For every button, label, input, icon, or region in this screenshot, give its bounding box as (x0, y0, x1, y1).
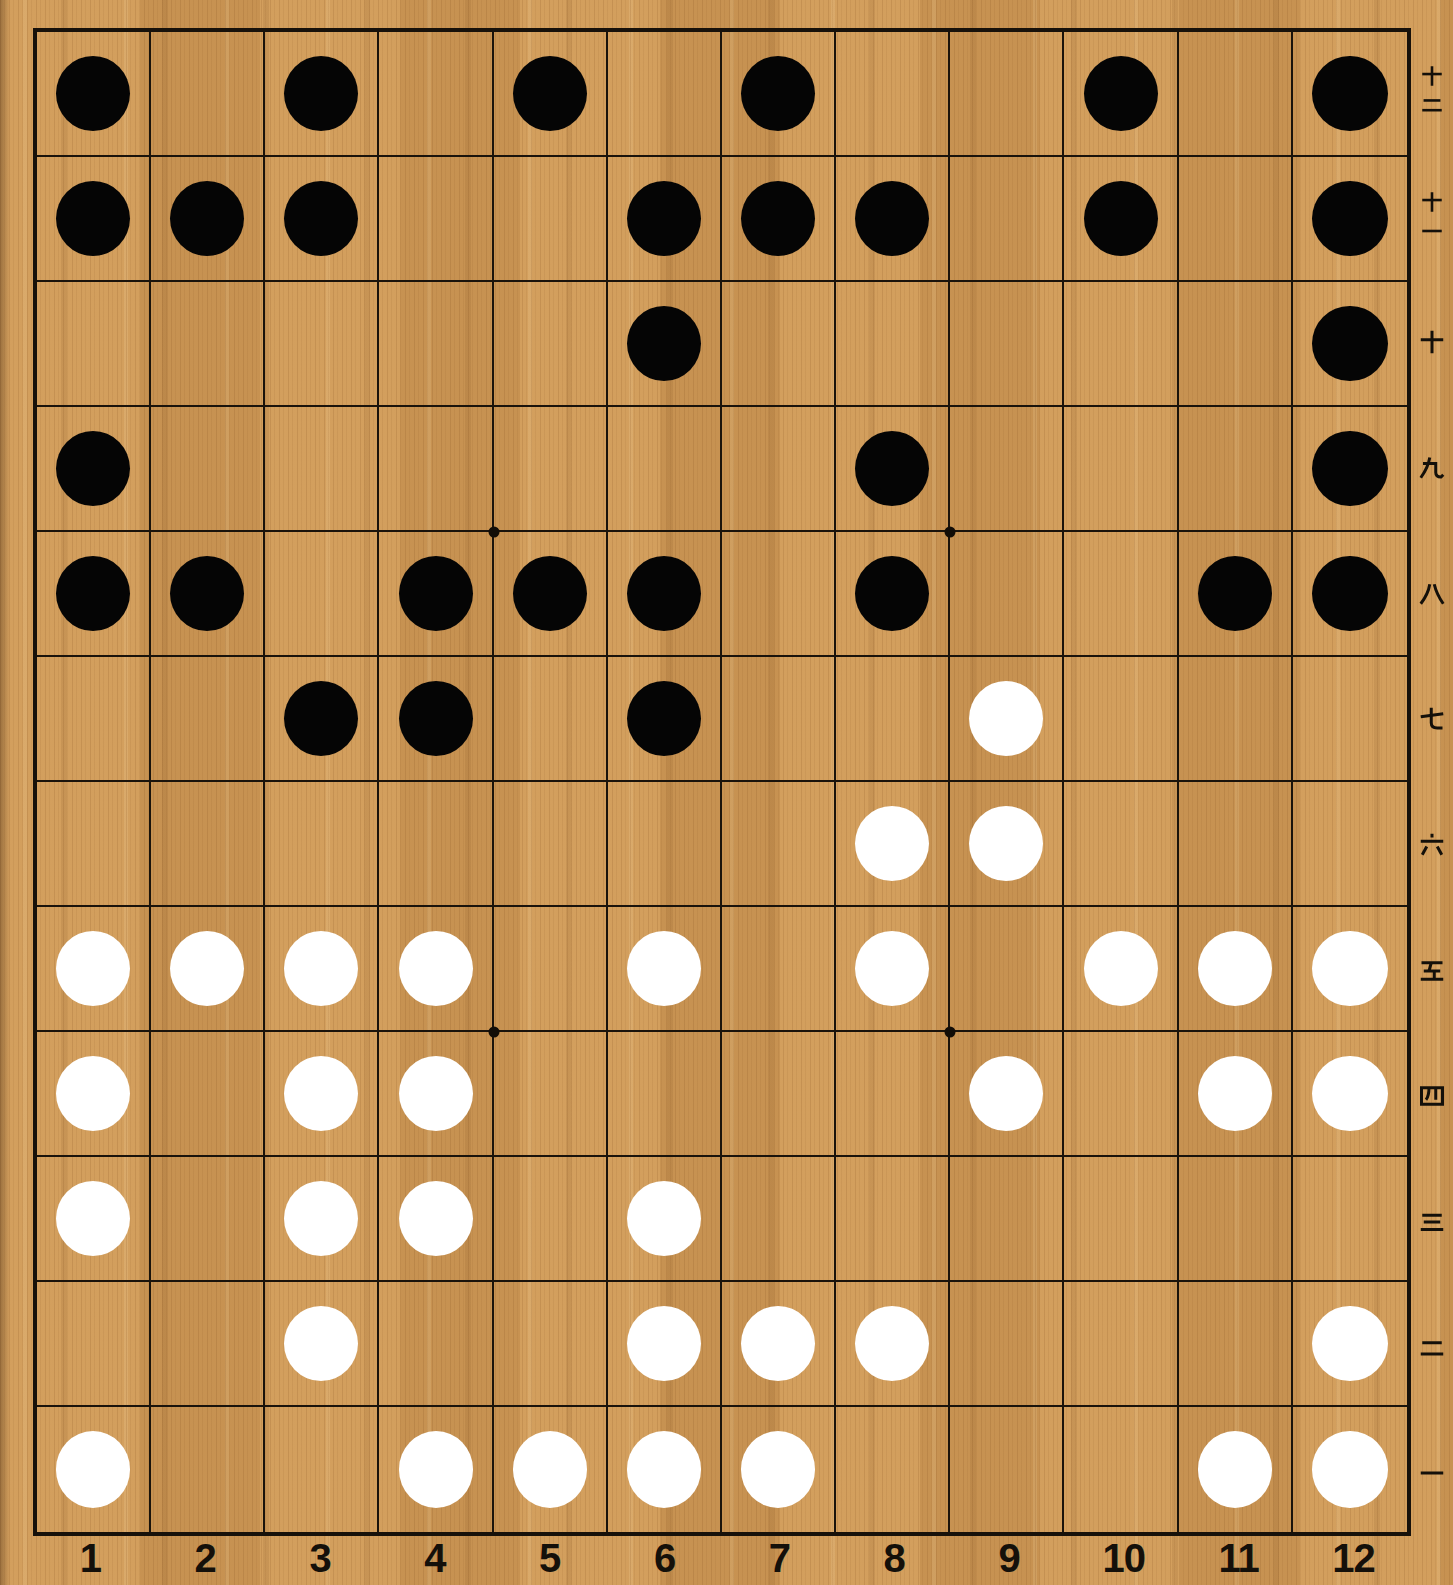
black-stone[interactable] (1312, 431, 1387, 506)
cell-file11-rank4[interactable] (1179, 1032, 1293, 1157)
black-stone[interactable] (513, 56, 587, 131)
white-stone[interactable] (1312, 931, 1387, 1006)
file-label-12: 12 (1296, 1536, 1411, 1581)
cell-file5-rank2[interactable] (494, 1282, 608, 1407)
white-stone[interactable] (627, 1306, 701, 1381)
cell-file6-rank12[interactable] (608, 32, 722, 157)
black-stone[interactable] (1084, 181, 1158, 256)
cell-file5-rank8[interactable] (494, 532, 608, 657)
cell-file7-rank7[interactable] (722, 657, 836, 782)
cell-file10-rank9[interactable] (1064, 407, 1178, 532)
file-label-9: 9 (952, 1536, 1067, 1581)
rank-label-6 (1411, 782, 1453, 908)
cell-file5-rank12[interactable] (494, 32, 608, 157)
white-stone[interactable] (1198, 1431, 1272, 1507)
white-stone[interactable] (1312, 1056, 1387, 1131)
cell-file4-rank10[interactable] (379, 282, 493, 407)
cell-file8-rank3[interactable] (836, 1157, 950, 1282)
cell-file4-rank12[interactable] (379, 32, 493, 157)
cell-file12-rank11[interactable] (1293, 157, 1407, 282)
cell-file8-rank12[interactable] (836, 32, 950, 157)
black-stone[interactable] (627, 556, 701, 631)
cell-file10-rank8[interactable] (1064, 532, 1178, 657)
cell-file11-rank12[interactable] (1179, 32, 1293, 157)
black-stone[interactable] (399, 681, 473, 756)
cell-file7-rank3[interactable] (722, 1157, 836, 1282)
board-grid (37, 32, 1407, 1532)
black-stone[interactable] (170, 181, 244, 256)
cell-file7-rank1[interactable] (722, 1407, 836, 1532)
white-stone[interactable] (1312, 1306, 1387, 1381)
cell-file8-rank6[interactable] (836, 782, 950, 907)
cell-file6-rank9[interactable] (608, 407, 722, 532)
cell-file9-rank9[interactable] (950, 407, 1064, 532)
cell-file8-rank9[interactable] (836, 407, 950, 532)
cell-file8-rank2[interactable] (836, 1282, 950, 1407)
cell-file1-rank8[interactable] (37, 532, 151, 657)
cell-file6-rank10[interactable] (608, 282, 722, 407)
cell-file5-rank3[interactable] (494, 1157, 608, 1282)
white-stone[interactable] (969, 1056, 1043, 1131)
black-stone[interactable] (741, 181, 815, 256)
cell-file9-rank6[interactable] (950, 782, 1064, 907)
cell-file11-rank8[interactable] (1179, 532, 1293, 657)
cell-file2-rank9[interactable] (151, 407, 265, 532)
cell-file6-rank8[interactable] (608, 532, 722, 657)
cell-file11-rank5[interactable] (1179, 907, 1293, 1032)
cell-file5-rank5[interactable] (494, 907, 608, 1032)
cell-file4-rank4[interactable] (379, 1032, 493, 1157)
white-stone[interactable] (1084, 931, 1158, 1006)
cell-file6-rank2[interactable] (608, 1282, 722, 1407)
white-stone[interactable] (399, 931, 473, 1006)
file-label-7: 7 (722, 1536, 837, 1581)
file-label-10: 10 (1066, 1536, 1181, 1581)
cell-file1-rank12[interactable] (37, 32, 151, 157)
cell-file9-rank11[interactable] (950, 157, 1064, 282)
cell-file2-rank10[interactable] (151, 282, 265, 407)
file-labels: 123456789101112 (33, 1534, 1411, 1582)
cell-file6-rank1[interactable] (608, 1407, 722, 1532)
cell-file10-rank7[interactable] (1064, 657, 1178, 782)
black-stone[interactable] (1312, 181, 1387, 256)
cell-file1-rank11[interactable] (37, 157, 151, 282)
white-stone[interactable] (399, 1431, 473, 1507)
black-stone[interactable] (56, 556, 130, 631)
cell-file12-rank4[interactable] (1293, 1032, 1407, 1157)
cell-file9-rank5[interactable] (950, 907, 1064, 1032)
cell-file2-rank11[interactable] (151, 157, 265, 282)
cell-file4-rank1[interactable] (379, 1407, 493, 1532)
cell-file11-rank11[interactable] (1179, 157, 1293, 282)
file-label-3: 3 (263, 1536, 378, 1581)
white-stone[interactable] (1312, 1431, 1387, 1507)
rank-label-9 (1411, 405, 1453, 531)
cell-file3-rank2[interactable] (265, 1282, 379, 1407)
rank-label-2 (1411, 1285, 1453, 1411)
rank-label-8 (1411, 531, 1453, 657)
black-stone[interactable] (741, 56, 815, 131)
cell-file4-rank9[interactable] (379, 407, 493, 532)
cell-file10-rank10[interactable] (1064, 282, 1178, 407)
cell-file5-rank6[interactable] (494, 782, 608, 907)
cell-file2-rank2[interactable] (151, 1282, 265, 1407)
cell-file10-rank11[interactable] (1064, 157, 1178, 282)
white-stone[interactable] (1198, 931, 1272, 1006)
file-label-5: 5 (492, 1536, 607, 1581)
cell-file3-rank11[interactable] (265, 157, 379, 282)
white-stone[interactable] (170, 931, 244, 1006)
file-label-11: 11 (1181, 1536, 1296, 1581)
cell-file12-rank7[interactable] (1293, 657, 1407, 782)
cell-file5-rank1[interactable] (494, 1407, 608, 1532)
cell-file6-rank7[interactable] (608, 657, 722, 782)
rank-label-3 (1411, 1159, 1453, 1285)
cell-file2-rank1[interactable] (151, 1407, 265, 1532)
rank-label-5 (1411, 908, 1453, 1034)
black-stone[interactable] (855, 556, 929, 631)
cell-file6-rank4[interactable] (608, 1032, 722, 1157)
white-stone[interactable] (284, 931, 358, 1006)
cell-file3-rank12[interactable] (265, 32, 379, 157)
file-label-8: 8 (837, 1536, 952, 1581)
rank-label-1 (1411, 1410, 1453, 1536)
cell-file8-rank4[interactable] (836, 1032, 950, 1157)
cell-file2-rank6[interactable] (151, 782, 265, 907)
white-stone[interactable] (741, 1306, 815, 1381)
cell-file8-rank5[interactable] (836, 907, 950, 1032)
cell-file7-rank12[interactable] (722, 32, 836, 157)
cell-file12-rank5[interactable] (1293, 907, 1407, 1032)
cell-file3-rank1[interactable] (265, 1407, 379, 1532)
cell-file12-rank3[interactable] (1293, 1157, 1407, 1282)
cell-file9-rank1[interactable] (950, 1407, 1064, 1532)
file-label-4: 4 (377, 1536, 492, 1581)
black-stone[interactable] (1084, 56, 1158, 131)
white-stone[interactable] (399, 1181, 473, 1256)
cell-file9-rank3[interactable] (950, 1157, 1064, 1282)
cell-file10-rank2[interactable] (1064, 1282, 1178, 1407)
cell-file8-rank10[interactable] (836, 282, 950, 407)
file-label-6: 6 (607, 1536, 722, 1581)
cell-file11-rank2[interactable] (1179, 1282, 1293, 1407)
cell-file5-rank7[interactable] (494, 657, 608, 782)
cell-file10-rank4[interactable] (1064, 1032, 1178, 1157)
star-point (945, 1027, 956, 1038)
file-label-1: 1 (33, 1536, 148, 1581)
cell-file1-rank4[interactable] (37, 1032, 151, 1157)
cell-file7-rank9[interactable] (722, 407, 836, 532)
black-stone[interactable] (284, 56, 358, 131)
cell-file7-rank11[interactable] (722, 157, 836, 282)
black-stone[interactable] (627, 306, 701, 381)
white-stone[interactable] (741, 1431, 815, 1507)
cell-file6-rank5[interactable] (608, 907, 722, 1032)
cell-file6-rank3[interactable] (608, 1157, 722, 1282)
cell-file2-rank3[interactable] (151, 1157, 265, 1282)
cell-file12-rank12[interactable] (1293, 32, 1407, 157)
white-stone[interactable] (627, 1431, 701, 1507)
cell-file3-rank3[interactable] (265, 1157, 379, 1282)
cell-file12-rank6[interactable] (1293, 782, 1407, 907)
black-stone[interactable] (56, 431, 130, 506)
black-stone[interactable] (1198, 556, 1272, 631)
cell-file10-rank1[interactable] (1064, 1407, 1178, 1532)
white-stone[interactable] (56, 1056, 130, 1131)
cell-file4-rank8[interactable] (379, 532, 493, 657)
cell-file1-rank3[interactable] (37, 1157, 151, 1282)
cell-file8-rank11[interactable] (836, 157, 950, 282)
cell-file6-rank11[interactable] (608, 157, 722, 282)
cell-file9-rank8[interactable] (950, 532, 1064, 657)
cell-file1-rank2[interactable] (37, 1282, 151, 1407)
cell-file9-rank10[interactable] (950, 282, 1064, 407)
cell-file3-rank10[interactable] (265, 282, 379, 407)
cell-file5-rank9[interactable] (494, 407, 608, 532)
cell-file10-rank6[interactable] (1064, 782, 1178, 907)
cell-file7-rank5[interactable] (722, 907, 836, 1032)
rank-label-4 (1411, 1033, 1453, 1159)
black-stone[interactable] (399, 556, 473, 631)
black-stone[interactable] (627, 681, 701, 756)
board (33, 28, 1411, 1536)
cell-file3-rank6[interactable] (265, 782, 379, 907)
cell-file2-rank5[interactable] (151, 907, 265, 1032)
cell-file3-rank5[interactable] (265, 907, 379, 1032)
star-point (488, 527, 499, 538)
white-stone[interactable] (284, 1181, 358, 1256)
white-stone[interactable] (1198, 1056, 1272, 1131)
black-stone[interactable] (513, 556, 587, 631)
cell-file1-rank7[interactable] (37, 657, 151, 782)
cell-file2-rank4[interactable] (151, 1032, 265, 1157)
rank-labels (1411, 28, 1453, 1536)
cell-file8-rank7[interactable] (836, 657, 950, 782)
white-stone[interactable] (855, 1306, 929, 1381)
cell-file12-rank2[interactable] (1293, 1282, 1407, 1407)
black-stone[interactable] (56, 181, 130, 256)
white-stone[interactable] (56, 1181, 130, 1256)
cell-file1-rank1[interactable] (37, 1407, 151, 1532)
cell-file10-rank5[interactable] (1064, 907, 1178, 1032)
white-stone[interactable] (627, 1181, 701, 1256)
white-stone[interactable] (284, 1306, 358, 1381)
cell-file3-rank7[interactable] (265, 657, 379, 782)
cell-file1-rank9[interactable] (37, 407, 151, 532)
cell-file11-rank10[interactable] (1179, 282, 1293, 407)
cell-file7-rank8[interactable] (722, 532, 836, 657)
black-stone[interactable] (284, 681, 358, 756)
cell-file11-rank9[interactable] (1179, 407, 1293, 532)
cell-file11-rank3[interactable] (1179, 1157, 1293, 1282)
cell-file4-rank7[interactable] (379, 657, 493, 782)
cell-file8-rank1[interactable] (836, 1407, 950, 1532)
black-stone[interactable] (170, 556, 244, 631)
rank-label-12 (1411, 28, 1453, 154)
cell-file4-rank2[interactable] (379, 1282, 493, 1407)
black-stone[interactable] (1312, 56, 1387, 131)
black-stone[interactable] (1312, 556, 1387, 631)
white-stone[interactable] (969, 806, 1043, 881)
cell-file12-rank10[interactable] (1293, 282, 1407, 407)
file-label-2: 2 (148, 1536, 263, 1581)
wooden-game-board-screen: 123456789101112 (0, 0, 1453, 1585)
cell-file6-rank6[interactable] (608, 782, 722, 907)
cell-file5-rank11[interactable] (494, 157, 608, 282)
cell-file7-rank4[interactable] (722, 1032, 836, 1157)
cell-file10-rank12[interactable] (1064, 32, 1178, 157)
cell-file1-rank5[interactable] (37, 907, 151, 1032)
cell-file7-rank10[interactable] (722, 282, 836, 407)
cell-file2-rank12[interactable] (151, 32, 265, 157)
star-point (945, 527, 956, 538)
white-stone[interactable] (855, 806, 929, 881)
white-stone[interactable] (56, 1431, 130, 1507)
cell-file2-rank7[interactable] (151, 657, 265, 782)
rank-label-10 (1411, 279, 1453, 405)
black-stone[interactable] (56, 56, 130, 131)
cell-file11-rank7[interactable] (1179, 657, 1293, 782)
cell-file4-rank11[interactable] (379, 157, 493, 282)
cell-file12-rank9[interactable] (1293, 407, 1407, 532)
cell-file3-rank9[interactable] (265, 407, 379, 532)
white-stone[interactable] (513, 1431, 587, 1507)
star-point (488, 1027, 499, 1038)
white-stone[interactable] (399, 1056, 473, 1131)
cell-file3-rank4[interactable] (265, 1032, 379, 1157)
cell-file3-rank8[interactable] (265, 532, 379, 657)
cell-file9-rank7[interactable] (950, 657, 1064, 782)
black-stone[interactable] (1312, 306, 1387, 381)
white-stone[interactable] (284, 1056, 358, 1131)
cell-file1-rank10[interactable] (37, 282, 151, 407)
cell-file5-rank10[interactable] (494, 282, 608, 407)
black-stone[interactable] (855, 431, 929, 506)
cell-file9-rank4[interactable] (950, 1032, 1064, 1157)
cell-file11-rank1[interactable] (1179, 1407, 1293, 1532)
black-stone[interactable] (284, 181, 358, 256)
black-stone[interactable] (855, 181, 929, 256)
cell-file12-rank8[interactable] (1293, 532, 1407, 657)
black-stone[interactable] (627, 181, 701, 256)
cell-file4-rank5[interactable] (379, 907, 493, 1032)
white-stone[interactable] (969, 681, 1043, 756)
cell-file8-rank8[interactable] (836, 532, 950, 657)
cell-file7-rank6[interactable] (722, 782, 836, 907)
rank-label-11 (1411, 154, 1453, 280)
cell-file9-rank2[interactable] (950, 1282, 1064, 1407)
cell-file9-rank12[interactable] (950, 32, 1064, 157)
cell-file4-rank3[interactable] (379, 1157, 493, 1282)
cell-file7-rank2[interactable] (722, 1282, 836, 1407)
cell-file10-rank3[interactable] (1064, 1157, 1178, 1282)
white-stone[interactable] (855, 931, 929, 1006)
rank-label-7 (1411, 656, 1453, 782)
white-stone[interactable] (627, 931, 701, 1006)
cell-file5-rank4[interactable] (494, 1032, 608, 1157)
cell-file2-rank8[interactable] (151, 532, 265, 657)
cell-file4-rank6[interactable] (379, 782, 493, 907)
cell-file1-rank6[interactable] (37, 782, 151, 907)
cell-file12-rank1[interactable] (1293, 1407, 1407, 1532)
cell-file11-rank6[interactable] (1179, 782, 1293, 907)
white-stone[interactable] (56, 931, 130, 1006)
